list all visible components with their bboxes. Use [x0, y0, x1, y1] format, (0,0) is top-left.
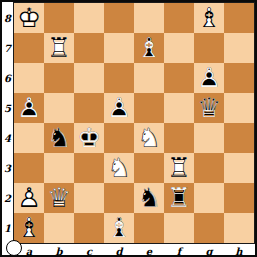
rank-label-5: 5: [2, 93, 13, 123]
square-h1[interactable]: [224, 213, 254, 243]
square-f4[interactable]: [164, 123, 194, 153]
square-g7[interactable]: [194, 33, 224, 63]
square-a5[interactable]: ♟♙: [14, 93, 44, 123]
piece-white-knight[interactable]: ♞♘: [134, 123, 164, 153]
piece-black-queen[interactable]: ♛♕: [194, 93, 224, 123]
square-h8[interactable]: [224, 3, 254, 33]
square-a4[interactable]: [14, 123, 44, 153]
square-b2[interactable]: ♛♕: [44, 183, 74, 213]
square-f8[interactable]: [164, 3, 194, 33]
piece-white-queen[interactable]: ♛♕: [44, 183, 74, 213]
square-f1[interactable]: [164, 213, 194, 243]
square-a3[interactable]: [14, 153, 44, 183]
square-d8[interactable]: [104, 3, 134, 33]
rank-label-2: 2: [2, 183, 13, 213]
rank-label-6: 6: [2, 63, 13, 93]
piece-white-rook[interactable]: ♜♖: [164, 153, 194, 183]
square-e7[interactable]: ♝♗: [134, 33, 164, 63]
piece-white-knight[interactable]: ♞♘: [104, 153, 134, 183]
piece-white-king[interactable]: ♚♔: [14, 3, 44, 33]
square-d3[interactable]: ♞♘: [104, 153, 134, 183]
piece-white-rook[interactable]: ♜♖: [44, 33, 74, 63]
file-label-h: h: [224, 245, 254, 257]
square-g4[interactable]: [194, 123, 224, 153]
square-b5[interactable]: [44, 93, 74, 123]
square-a1[interactable]: ♝♗: [14, 213, 44, 243]
square-g6[interactable]: ♟♙: [194, 63, 224, 93]
file-label-b: b: [44, 245, 74, 257]
square-a2[interactable]: ♟♙: [14, 183, 44, 213]
board: ♚♔♝♗♜♖♝♗♟♙♟♙♟♙♛♕♞♘♚♔♞♘♞♘♜♖♟♙♛♕♞♘♜♖♝♗♝♗: [13, 2, 255, 244]
square-d6[interactable]: [104, 63, 134, 93]
square-b6[interactable]: [44, 63, 74, 93]
square-d7[interactable]: [104, 33, 134, 63]
square-c1[interactable]: [74, 213, 104, 243]
square-c5[interactable]: [74, 93, 104, 123]
square-g3[interactable]: [194, 153, 224, 183]
square-h6[interactable]: [224, 63, 254, 93]
square-b4[interactable]: ♞♘: [44, 123, 74, 153]
rank-label-7: 7: [2, 33, 13, 63]
square-e3[interactable]: [134, 153, 164, 183]
square-e4[interactable]: ♞♘: [134, 123, 164, 153]
white-to-move-indicator: [6, 240, 22, 256]
square-c4[interactable]: ♚♔: [74, 123, 104, 153]
square-g2[interactable]: [194, 183, 224, 213]
square-f7[interactable]: [164, 33, 194, 63]
file-label-e: e: [134, 245, 164, 257]
square-d2[interactable]: [104, 183, 134, 213]
piece-black-pawn[interactable]: ♟♙: [14, 93, 44, 123]
piece-black-knight[interactable]: ♞♘: [134, 183, 164, 213]
file-label-f: f: [164, 245, 194, 257]
square-h2[interactable]: [224, 183, 254, 213]
piece-white-bishop[interactable]: ♝♗: [14, 213, 44, 243]
piece-black-pawn[interactable]: ♟♙: [194, 63, 224, 93]
square-e6[interactable]: [134, 63, 164, 93]
rank-label-1: 1: [2, 213, 13, 243]
piece-black-knight[interactable]: ♞♘: [44, 123, 74, 153]
square-f5[interactable]: [164, 93, 194, 123]
rank-label-4: 4: [2, 123, 13, 153]
square-d5[interactable]: ♟♙: [104, 93, 134, 123]
square-h4[interactable]: [224, 123, 254, 153]
square-h3[interactable]: [224, 153, 254, 183]
square-c2[interactable]: [74, 183, 104, 213]
square-f3[interactable]: ♜♖: [164, 153, 194, 183]
square-g1[interactable]: [194, 213, 224, 243]
square-b1[interactable]: [44, 213, 74, 243]
square-g5[interactable]: ♛♕: [194, 93, 224, 123]
square-e2[interactable]: ♞♘: [134, 183, 164, 213]
square-e5[interactable]: [134, 93, 164, 123]
chess-diagram: ♚♔♝♗♜♖♝♗♟♙♟♙♟♙♛♕♞♘♚♔♞♘♞♘♜♖♟♙♛♕♞♘♜♖♝♗♝♗ 8…: [0, 0, 257, 257]
piece-black-bishop[interactable]: ♝♗: [104, 213, 134, 243]
piece-black-bishop[interactable]: ♝♗: [134, 33, 164, 63]
square-f6[interactable]: [164, 63, 194, 93]
square-a7[interactable]: [14, 33, 44, 63]
square-h5[interactable]: [224, 93, 254, 123]
piece-white-bishop[interactable]: ♝♗: [194, 3, 224, 33]
file-label-g: g: [194, 245, 224, 257]
square-f2[interactable]: ♜♖: [164, 183, 194, 213]
square-c6[interactable]: [74, 63, 104, 93]
square-a6[interactable]: [14, 63, 44, 93]
square-d1[interactable]: ♝♗: [104, 213, 134, 243]
square-a8[interactable]: ♚♔: [14, 3, 44, 33]
file-label-c: c: [74, 245, 104, 257]
square-b7[interactable]: ♜♖: [44, 33, 74, 63]
square-b3[interactable]: [44, 153, 74, 183]
file-label-d: d: [104, 245, 134, 257]
piece-black-king[interactable]: ♚♔: [74, 123, 104, 153]
square-e8[interactable]: [134, 3, 164, 33]
square-c8[interactable]: [74, 3, 104, 33]
square-h7[interactable]: [224, 33, 254, 63]
rank-label-3: 3: [2, 153, 13, 183]
square-d4[interactable]: [104, 123, 134, 153]
piece-white-pawn[interactable]: ♟♙: [14, 183, 44, 213]
piece-black-rook[interactable]: ♜♖: [164, 183, 194, 213]
square-c3[interactable]: [74, 153, 104, 183]
square-c7[interactable]: [74, 33, 104, 63]
rank-label-8: 8: [2, 3, 13, 33]
square-e1[interactable]: [134, 213, 164, 243]
square-b8[interactable]: [44, 3, 74, 33]
piece-black-pawn[interactable]: ♟♙: [104, 93, 134, 123]
square-g8[interactable]: ♝♗: [194, 3, 224, 33]
